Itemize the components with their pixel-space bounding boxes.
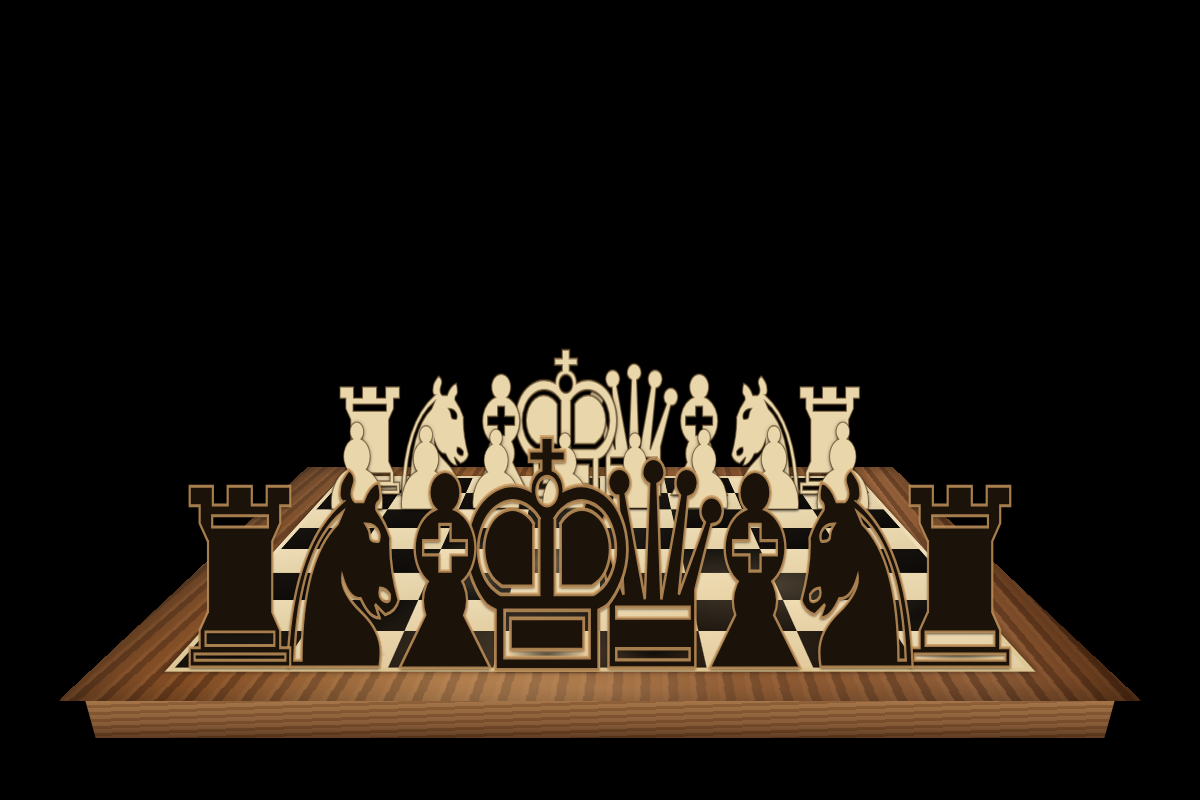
- black-rook-h8[interactable]: ♜: [160, 457, 320, 705]
- pieces-layer: ♜♞♝♛♚♝♞♜♟♟♟♟♟♟♟♟♜♞♝♛♚♝♞♜: [0, 0, 1200, 800]
- scene: ♜♞♝♛♚♝♞♜♟♟♟♟♟♟♟♟♜♞♝♛♚♝♞♜: [0, 0, 1200, 800]
